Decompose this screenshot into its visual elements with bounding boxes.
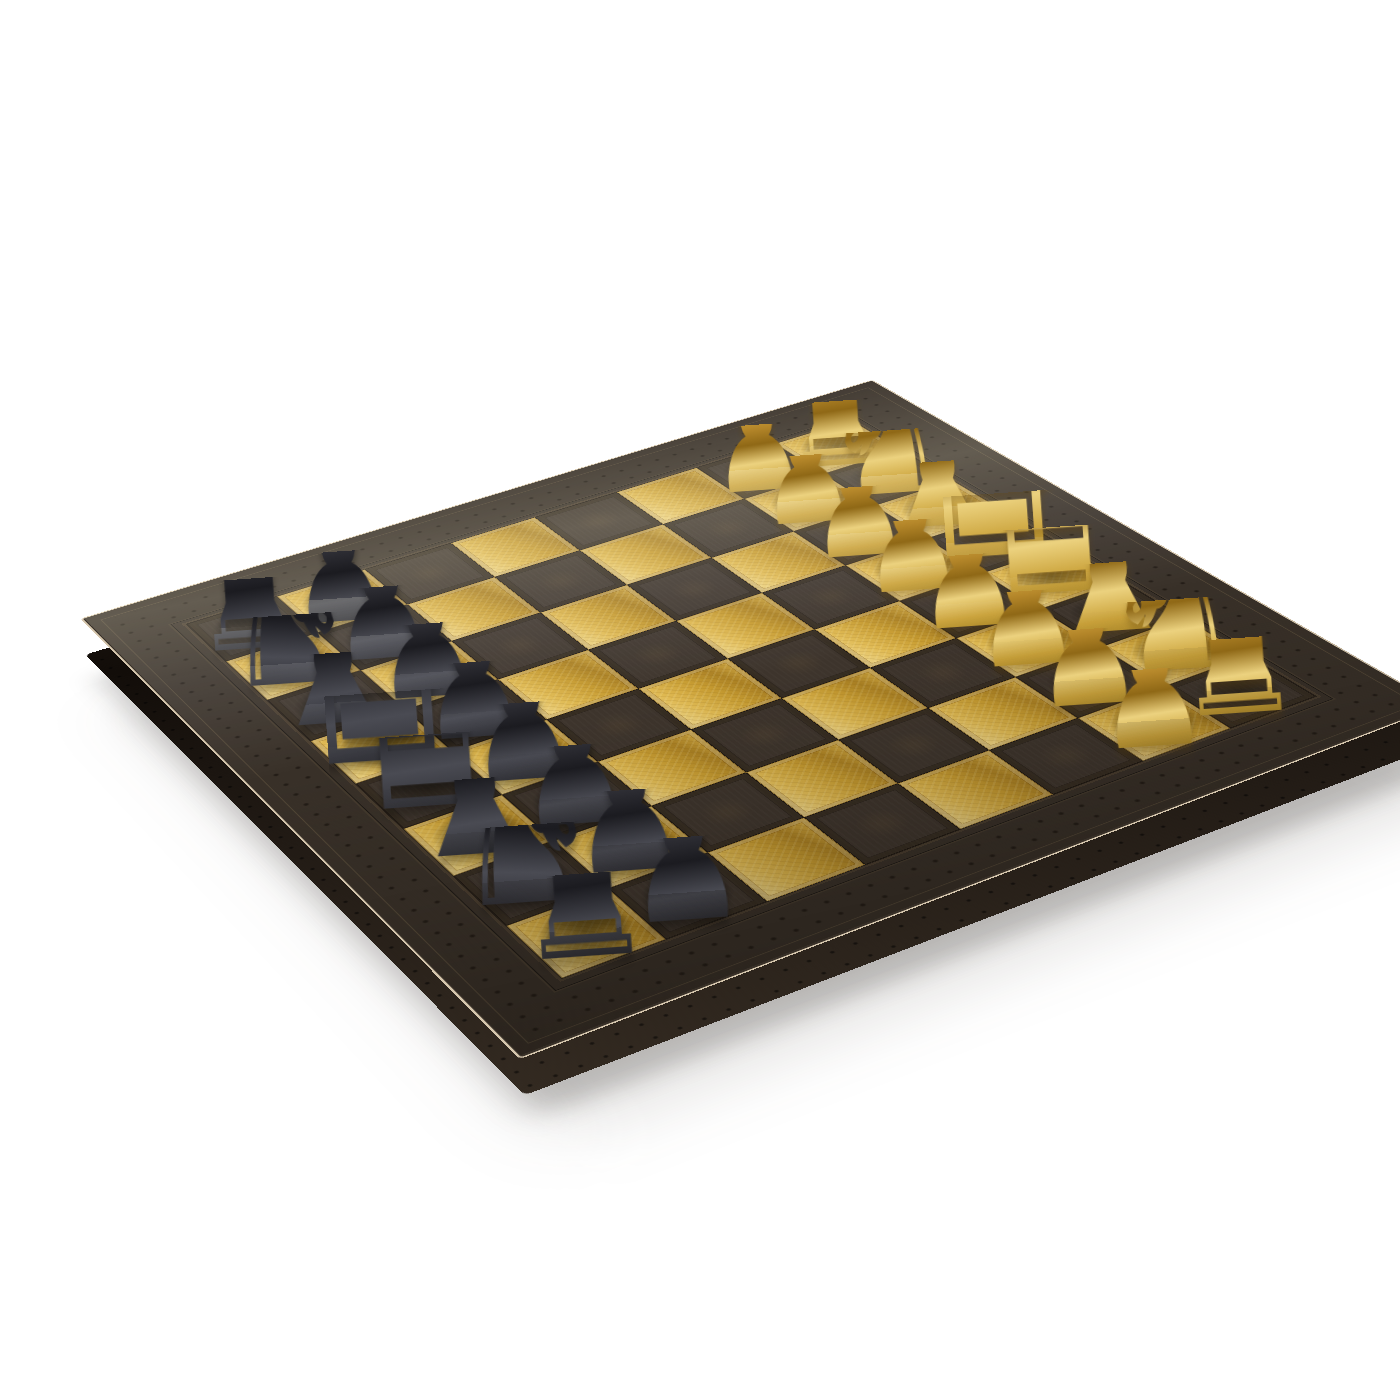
chess-board: ♜︎♞︎♝︎♛︎♚︎♝︎♞︎♜︎♟︎♟︎♟︎♟︎♟︎♟︎♟︎♟︎♟︎♟︎♟︎♟︎… — [80, 380, 1400, 1059]
board-top: ♜︎♞︎♝︎♛︎♚︎♝︎♞︎♜︎♟︎♟︎♟︎♟︎♟︎♟︎♟︎♟︎♟︎♟︎♟︎♟︎… — [231, 164, 1223, 1156]
product-photo-chess-set: ♜︎♞︎♝︎♛︎♚︎♝︎♞︎♜︎♟︎♟︎♟︎♟︎♟︎♟︎♟︎♟︎♟︎♟︎♟︎♟︎… — [0, 0, 1400, 1400]
chess-board-squares: ♜︎♞︎♝︎♛︎♚︎♝︎♞︎♜︎♟︎♟︎♟︎♟︎♟︎♟︎♟︎♟︎♟︎♟︎♟︎♟︎… — [187, 420, 1316, 978]
square-a8: ♜︎ — [506, 889, 666, 979]
